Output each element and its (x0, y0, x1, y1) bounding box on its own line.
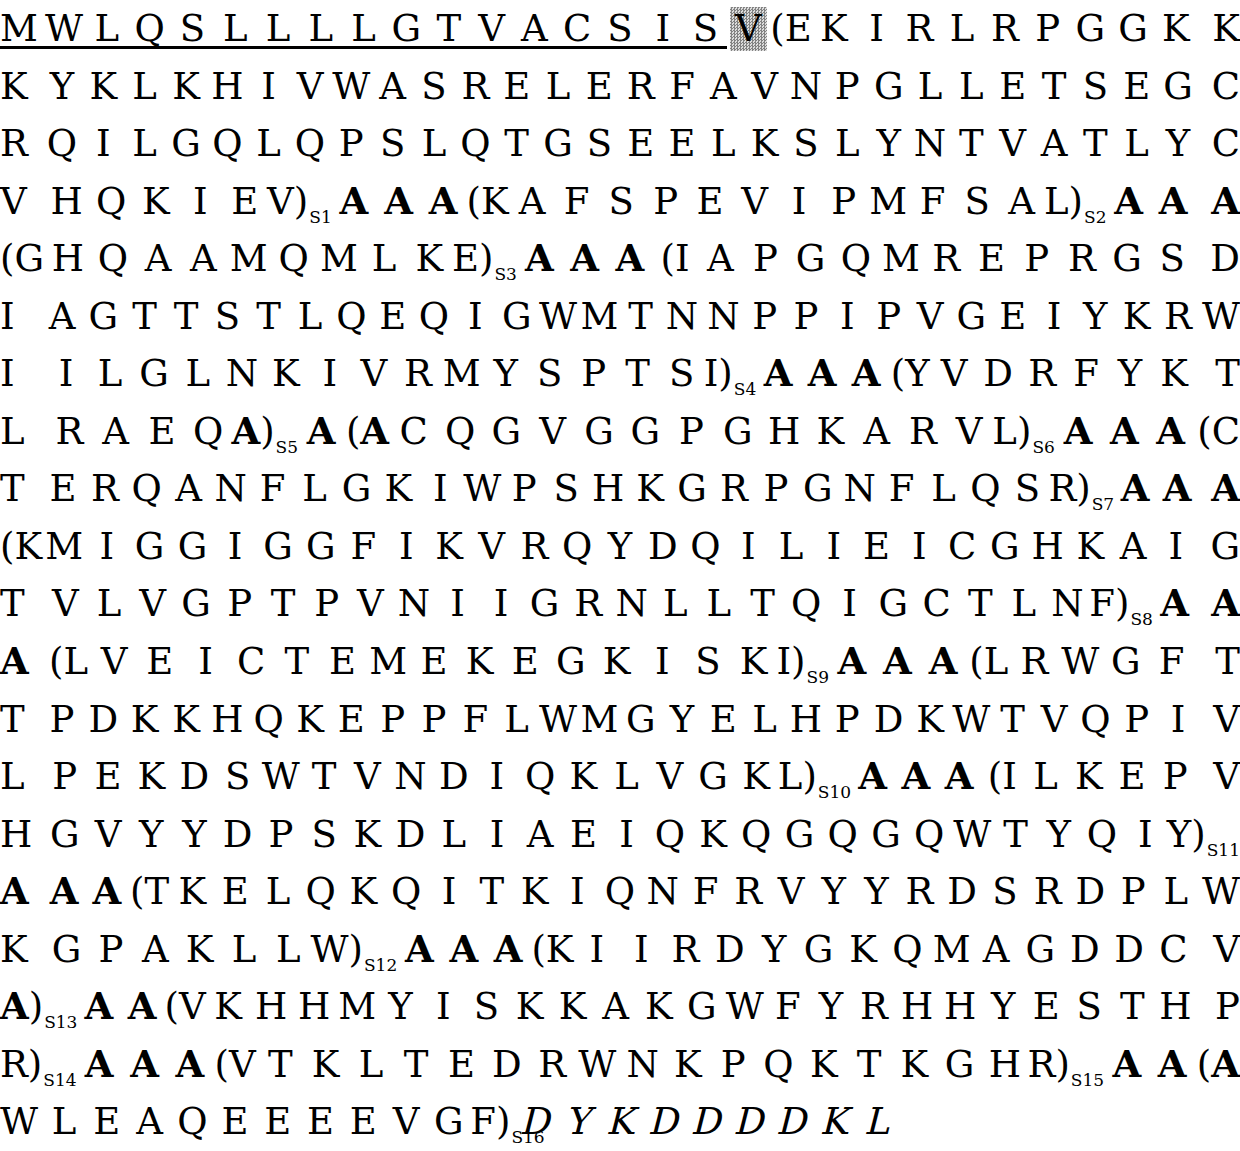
residue: Q (784, 575, 828, 640)
residue: G (43, 806, 86, 871)
residue: Q (299, 863, 342, 921)
residue-letter: P (1215, 985, 1240, 1028)
close-paren: ) (1115, 582, 1129, 625)
residue-letter: Q (306, 870, 336, 913)
residue: G (548, 633, 594, 698)
residue-letter: Q (828, 813, 858, 856)
residue-letter: L (778, 755, 803, 798)
residue-letter: S (474, 985, 499, 1028)
residue: C (1199, 115, 1240, 173)
residue: D (484, 1036, 529, 1101)
residue-letter: A (128, 984, 157, 1028)
residue-letter: T (271, 582, 296, 625)
residue: K (0, 58, 41, 116)
residue: Q (41, 115, 82, 173)
residue: V (349, 575, 393, 640)
residue-letter: Q (1080, 698, 1110, 741)
residue-letter: S (421, 65, 446, 108)
residue: A (133, 921, 177, 986)
residue-letter: A (85, 1042, 114, 1086)
residue-letter: N (398, 582, 430, 625)
residue: R (396, 345, 440, 410)
residue-letter: E (710, 698, 737, 741)
residue: S (413, 58, 454, 116)
residue-letter: K (350, 870, 378, 913)
residue-letter: I (675, 237, 690, 280)
residue: V (1196, 921, 1240, 986)
residue: P (1014, 230, 1059, 295)
residue: I (1154, 518, 1197, 576)
residue: L (605, 748, 648, 813)
residue: (I (652, 230, 697, 295)
residue-letter: N (707, 295, 739, 338)
residue-letter: A (231, 409, 260, 453)
mutation-residue: A (376, 173, 421, 238)
residue-letter: I (261, 65, 276, 108)
residue: (I (981, 748, 1024, 813)
residue: T (0, 575, 44, 640)
residue-letter: G (1111, 640, 1141, 683)
residue: G (983, 518, 1026, 576)
residue: G (1157, 58, 1198, 116)
residue: G (496, 288, 537, 346)
residue-letter: I (776, 640, 791, 683)
residue-letter: P (653, 180, 678, 223)
residue: I (0, 288, 41, 346)
sequence-line-19: R)S14AAA(VTKLTEDRWNKPQKTKGHR)S15AA(A (0, 1036, 1240, 1094)
residue-letter: A (616, 236, 645, 280)
residue-letter: Q (391, 870, 421, 913)
mutation-residue: A (517, 230, 562, 295)
residue: L (248, 115, 289, 173)
residue-letter: P (227, 582, 252, 625)
open-paren: ( (988, 755, 1002, 798)
residue-letter: V (999, 122, 1026, 165)
residue-letter: A (0, 869, 29, 913)
residue: W (537, 288, 578, 346)
signal-peptide-residue: S (684, 0, 727, 58)
segment-label: S14 (43, 1070, 76, 1090)
residue-letter: T (1042, 65, 1067, 108)
residue-letter: L (372, 237, 397, 280)
residue-letter: K (142, 180, 170, 223)
residue-letter: Y (1083, 295, 1107, 338)
residue-letter: Q (96, 180, 126, 223)
open-paren: ( (0, 237, 14, 280)
sequence-line-18: A)S13AA(VKHHMYISKKAKGWFYRHHYESTHP (0, 978, 1240, 1036)
residue-letter: S (992, 870, 1017, 913)
residue-letter: G (391, 7, 421, 50)
residue-letter: A (85, 984, 114, 1028)
residue-letter: N (1051, 582, 1083, 625)
residue-letter: Q (132, 467, 162, 510)
residue-letter: T (1083, 122, 1108, 165)
residue-letter: K (559, 985, 587, 1028)
residue: Y)S11 (1167, 806, 1240, 871)
residue: L (294, 460, 336, 525)
residue: E (620, 115, 661, 173)
residue-letter: L (266, 7, 291, 50)
residue: G (620, 691, 661, 749)
residue: E (992, 288, 1033, 346)
residue: R (529, 1036, 574, 1101)
residue: Q (455, 115, 496, 173)
residue: S (528, 345, 572, 410)
residue-letter: T (625, 352, 650, 395)
residue-letter: K (466, 640, 494, 683)
residue-letter: L (63, 640, 88, 683)
residue: Q (821, 806, 864, 871)
residue-letter: A (525, 236, 554, 280)
residue-letter: K (172, 65, 200, 108)
residue: F (554, 173, 599, 238)
residue-letter: L (132, 122, 157, 165)
flag-tag-residue: K (812, 1093, 855, 1151)
mutation-residue: A (1101, 403, 1147, 468)
residue: I (455, 288, 496, 346)
residue-letter: G (171, 122, 201, 165)
residue: C (391, 403, 437, 468)
residue: K (807, 403, 853, 468)
residue: G (1112, 0, 1155, 58)
residue-letter: A (130, 1042, 159, 1086)
residue-letter: H (989, 1043, 1021, 1086)
residue: Q (1075, 691, 1116, 749)
residue-letter: I (655, 640, 670, 683)
residue: M (440, 345, 484, 410)
residue-letter: Q (336, 295, 366, 338)
residue: K (909, 691, 950, 749)
residue: P (868, 288, 909, 346)
residue: K (691, 806, 734, 871)
residue: Y (379, 978, 422, 1043)
residue-letter: T (750, 582, 775, 625)
flag-tag-residue: D (641, 1093, 684, 1151)
residue-letter: E (222, 1100, 249, 1143)
residue-letter: Q (562, 525, 592, 568)
residue-letter: L (950, 7, 975, 50)
residue: A (594, 978, 637, 1043)
residue: (L (966, 633, 1012, 698)
residue: G (299, 518, 342, 576)
residue-letter: F (462, 698, 488, 741)
residue-letter: G (543, 122, 573, 165)
residue-letter: I (0, 352, 15, 395)
residue-letter: L (0, 755, 25, 798)
residue-letter: A (945, 754, 974, 798)
residue-letter: W (953, 813, 991, 856)
residue-letter: P (679, 410, 704, 453)
residue-letter: A (0, 984, 29, 1028)
residue: G (778, 806, 821, 871)
residue-letter: M (230, 237, 268, 280)
residue-letter: M (369, 640, 407, 683)
residue-letter: I (442, 870, 457, 913)
residue: I (178, 173, 223, 238)
residue: D (1195, 230, 1240, 295)
residue: N (389, 748, 432, 813)
residue-letter: Q (445, 410, 475, 453)
residue-letter: A (93, 869, 122, 913)
residue: P (259, 806, 302, 871)
residue-letter: A (1064, 409, 1093, 453)
residue-letter: R (1028, 352, 1056, 395)
mutation-residue: A (875, 633, 921, 698)
residue: Q (437, 403, 483, 468)
residue-letter: S (1160, 237, 1185, 280)
residue-letter: V (95, 813, 122, 856)
residue: E (214, 863, 257, 921)
residue: R (1012, 633, 1058, 698)
residue-letter: N (666, 295, 698, 338)
residue: V (732, 173, 777, 238)
residue-letter: K (1212, 7, 1240, 50)
residue: K (731, 633, 777, 698)
residue-letter: L (663, 582, 688, 625)
residue-letter: Q (193, 410, 223, 453)
residue-letter: K (296, 698, 324, 741)
residue-letter: K (0, 65, 28, 108)
residue: W (575, 1036, 620, 1101)
residue-letter: N (626, 1043, 658, 1086)
residue-letter: T (312, 755, 337, 798)
residue: H (45, 230, 90, 295)
residue-letter: A (405, 927, 434, 971)
residue-letter: S (607, 7, 632, 50)
residue-letter: I (912, 525, 927, 568)
residue-letter: G (1210, 525, 1240, 568)
residue: R (900, 403, 946, 468)
residue-letter: S (1083, 65, 1108, 108)
residue-letter: G (556, 640, 586, 683)
residue: V (909, 288, 950, 346)
residue: (G (0, 230, 45, 295)
residue-letter: F (775, 985, 801, 1028)
mutation-residue: A (1114, 460, 1156, 525)
residue-letter: P (1121, 870, 1146, 913)
residue: G (174, 575, 218, 640)
residue-letter: V (179, 985, 206, 1028)
residue: E (257, 1093, 300, 1151)
residue: P (1154, 748, 1197, 813)
residue: P (668, 403, 714, 468)
residue: V (86, 806, 129, 871)
open-paren: ( (770, 7, 784, 50)
residue: S (372, 115, 413, 173)
residue-letter: P (794, 295, 819, 338)
residue-letter: L (779, 525, 804, 568)
residue-letter: L (95, 7, 120, 50)
residue: I (44, 345, 88, 410)
residue-letter: K (214, 985, 242, 1028)
residue-letter: G (698, 755, 728, 798)
residue-letter: K (385, 467, 413, 510)
open-paren: ( (0, 525, 14, 568)
segment-label: S7 (1092, 494, 1114, 514)
residue-letter: A (1114, 179, 1143, 223)
residue-letter: E (222, 870, 249, 913)
residue: I (639, 633, 685, 698)
residue-letter: K (699, 813, 727, 856)
residue-letter: T (479, 870, 504, 913)
residue: F (455, 691, 496, 749)
residue: M (226, 230, 271, 295)
residue: M (878, 230, 923, 295)
residue: Q (289, 115, 330, 173)
open-paren: ( (531, 928, 545, 971)
residue-letter: A (1211, 581, 1240, 625)
residue: R (713, 460, 755, 525)
residue-letter: R (932, 237, 960, 280)
mutation-residue: A (332, 173, 377, 238)
residue-letter: A (929, 639, 958, 683)
residue-letter: I (1002, 755, 1017, 798)
mutation-residue: A (43, 863, 86, 921)
residue-letter: I (59, 352, 74, 395)
residue-letter: Q (177, 1100, 207, 1143)
residue: V (44, 575, 88, 640)
residue-letter: P (831, 180, 856, 223)
residue-letter: A (50, 869, 79, 913)
residue: N (641, 863, 684, 921)
residue-letter: G (178, 525, 208, 568)
residue: K (130, 748, 173, 813)
residue: Q (599, 863, 642, 921)
residue: R (46, 403, 92, 468)
residue-letter: I (655, 7, 670, 50)
residue: W (259, 748, 302, 813)
residue-letter: T (959, 122, 984, 165)
residue-letter: A (429, 179, 458, 223)
residue: N (703, 288, 744, 346)
residue-letter: S (225, 755, 250, 798)
residue-letter: Q (690, 525, 720, 568)
residue: R (1157, 288, 1198, 346)
residue-letter: I (704, 352, 719, 395)
mutation-residue: A)S5 (231, 403, 298, 468)
residue: S (1006, 460, 1048, 525)
residue: R (455, 58, 496, 116)
residue-letter: R (1048, 467, 1076, 510)
residue: L (124, 115, 165, 173)
residue-letter: F (1159, 640, 1185, 683)
residue: P (1197, 978, 1240, 1043)
residue: S (955, 173, 1000, 238)
residue: K (1069, 518, 1112, 576)
residue-letter: P (314, 582, 339, 625)
sequence-line-2: KYKLKHIVWASRELERFAVNPGLLETSEGC (0, 58, 1240, 116)
sequence-line-8: LRAEQA)S5A(ACQGVGGPGHKARVL)S6AAA(C (0, 403, 1240, 461)
residue-letter: H (255, 985, 287, 1028)
residue-letter: I (1138, 813, 1153, 856)
residue-letter: S (608, 180, 633, 223)
residue: Q (331, 288, 372, 346)
residue: (K (465, 173, 510, 238)
residue-letter: G (263, 525, 293, 568)
residue-letter: M (0, 7, 38, 50)
residue: Q (207, 115, 248, 173)
residue: K (124, 691, 165, 749)
residue: P (785, 288, 826, 346)
residue-letter: L (992, 410, 1017, 453)
close-paren: ) (791, 640, 805, 683)
signal-peptide-residue: I (641, 0, 684, 58)
residue-letter: V (917, 295, 944, 338)
residue: Q (833, 230, 878, 295)
residue: P (1116, 691, 1157, 749)
residue-letter: K (354, 813, 382, 856)
residue: I (855, 0, 898, 58)
residue-letter: M (882, 237, 920, 280)
residue-letter: Y (1167, 813, 1191, 856)
residue: R (727, 863, 770, 921)
close-paren: ) (802, 755, 816, 798)
residue-letter: T (437, 7, 462, 50)
residue: A (698, 230, 743, 295)
residue: I (475, 806, 518, 871)
residue-letter: G (181, 582, 211, 625)
residue: I (812, 518, 855, 576)
residue-letter: I (840, 295, 855, 338)
residue: D (641, 518, 684, 576)
residue-letter: T (1215, 640, 1240, 683)
residue: H (293, 978, 336, 1043)
residue: L (770, 518, 813, 576)
residue: R)S7 (1048, 460, 1114, 525)
residue: F (910, 173, 955, 238)
residue-letter: G (723, 410, 753, 453)
residue-letter: G (50, 813, 80, 856)
residue-letter: W (0, 1100, 38, 1143)
residue-letter: F (470, 1100, 496, 1143)
residue: T (496, 115, 537, 173)
residue-letter: E (338, 698, 365, 741)
residue: R (983, 0, 1026, 58)
residue-letter: P (1024, 237, 1049, 280)
residue-letter: L (504, 698, 529, 741)
residue-letter: Y (1118, 352, 1142, 395)
residue-letter: H (592, 467, 624, 510)
residue: L (827, 115, 868, 173)
residue-letter: Q (460, 122, 490, 165)
residue-letter: V (1213, 928, 1240, 971)
residue-letter: G (584, 410, 614, 453)
residue: T (1194, 633, 1240, 698)
residue: F (661, 58, 702, 116)
segment-label: S11 (1207, 840, 1240, 860)
residue-letter: R (461, 65, 489, 108)
close-paren: ) (28, 1043, 42, 1086)
residue: G (171, 518, 214, 576)
residue: Q (648, 806, 691, 871)
residue: L (43, 1093, 86, 1151)
residue-letter: Q (212, 122, 242, 165)
residue-letter: L (1012, 582, 1037, 625)
residue: Y (173, 806, 216, 871)
residue-letter: F (889, 467, 915, 510)
residue-letter: E (785, 7, 812, 50)
mutation-residue: A (1147, 403, 1193, 468)
residue-letter: A (145, 237, 172, 280)
residue: L)S10 (778, 748, 851, 813)
residue-letter: T (145, 870, 170, 913)
residue-letter: C (923, 582, 951, 625)
mutation-residue: A (1195, 173, 1240, 238)
residue-letter: N (394, 755, 426, 798)
residue: F (766, 978, 809, 1043)
residue-letter: Q (134, 7, 164, 50)
residue: L (923, 460, 965, 525)
